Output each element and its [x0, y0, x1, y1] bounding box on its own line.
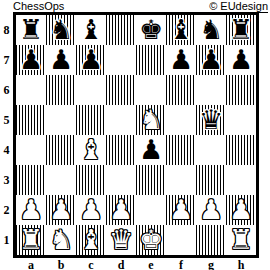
square-f6[interactable] [166, 75, 196, 105]
square-h1[interactable]: ♜ [226, 225, 256, 255]
square-h7[interactable]: ♟ [226, 45, 256, 75]
square-e7[interactable] [136, 45, 166, 75]
square-f5[interactable] [166, 105, 196, 135]
square-b8[interactable]: ♞ [46, 15, 76, 45]
square-f1[interactable] [166, 225, 196, 255]
square-a7[interactable]: ♟ [16, 45, 46, 75]
rank-label-2: 2 [0, 195, 13, 225]
square-e5[interactable]: ♞ [136, 105, 166, 135]
square-f7[interactable]: ♟ [166, 45, 196, 75]
white-knight-piece: ♞ [139, 105, 163, 135]
white-pawn-piece: ♟ [169, 195, 193, 225]
square-g2[interactable]: ♟ [196, 195, 226, 225]
white-rook-piece: ♜ [19, 225, 43, 255]
black-pawn-piece: ♟ [199, 45, 223, 75]
file-label-c: c [76, 258, 106, 270]
square-h4[interactable] [226, 135, 256, 165]
white-rook-piece: ♜ [229, 225, 253, 255]
square-h8[interactable]: ♜ [226, 15, 256, 45]
square-e6[interactable] [136, 75, 166, 105]
black-knight-piece: ♞ [199, 15, 223, 45]
chessops-diagram: ChessOps © EUdesign 87654321 ♜♞♝♚♝♞♜♟♟♟♟… [0, 0, 270, 270]
white-pawn-piece: ♟ [19, 195, 43, 225]
white-pawn-piece: ♟ [229, 195, 253, 225]
square-e3[interactable] [136, 165, 166, 195]
rank-labels: 87654321 [0, 15, 13, 255]
square-b4[interactable] [46, 135, 76, 165]
app-title: ChessOps [13, 0, 64, 12]
square-a4[interactable] [16, 135, 46, 165]
square-a6[interactable] [16, 75, 46, 105]
square-h6[interactable] [226, 75, 256, 105]
rank-label-3: 3 [0, 165, 13, 195]
square-b5[interactable] [46, 105, 76, 135]
black-pawn-piece: ♟ [139, 135, 163, 165]
square-b2[interactable]: ♟ [46, 195, 76, 225]
white-bishop-piece: ♝ [79, 135, 103, 165]
rank-label-1: 1 [0, 225, 13, 255]
black-queen-piece: ♛ [199, 105, 223, 135]
black-pawn-piece: ♟ [169, 45, 193, 75]
square-b7[interactable]: ♟ [46, 45, 76, 75]
square-b3[interactable] [46, 165, 76, 195]
square-e2[interactable] [136, 195, 166, 225]
file-label-b: b [46, 258, 76, 270]
square-b1[interactable]: ♞ [46, 225, 76, 255]
rank-label-7: 7 [0, 45, 13, 75]
square-d8[interactable] [106, 15, 136, 45]
square-g3[interactable] [196, 165, 226, 195]
square-d4[interactable] [106, 135, 136, 165]
square-g1[interactable] [196, 225, 226, 255]
square-c2[interactable]: ♟ [76, 195, 106, 225]
square-a8[interactable]: ♜ [16, 15, 46, 45]
rank-label-6: 6 [0, 75, 13, 105]
black-bishop-piece: ♝ [169, 15, 193, 45]
square-g6[interactable] [196, 75, 226, 105]
square-f4[interactable] [166, 135, 196, 165]
square-h5[interactable] [226, 105, 256, 135]
file-label-g: g [196, 258, 226, 270]
square-g4[interactable] [196, 135, 226, 165]
file-label-a: a [16, 258, 46, 270]
square-a3[interactable] [16, 165, 46, 195]
square-e8[interactable]: ♚ [136, 15, 166, 45]
white-pawn-piece: ♟ [79, 195, 103, 225]
square-h3[interactable] [226, 165, 256, 195]
copyright-notice: © EUdesign [209, 0, 268, 12]
file-label-d: d [106, 258, 136, 270]
rank-label-8: 8 [0, 15, 13, 45]
square-d1[interactable]: ♛ [106, 225, 136, 255]
square-d3[interactable] [106, 165, 136, 195]
white-king-piece: ♚ [139, 225, 163, 255]
file-label-e: e [136, 258, 166, 270]
square-c6[interactable] [76, 75, 106, 105]
black-pawn-piece: ♟ [19, 45, 43, 75]
square-e4[interactable]: ♟ [136, 135, 166, 165]
white-pawn-piece: ♟ [109, 195, 133, 225]
square-a2[interactable]: ♟ [16, 195, 46, 225]
black-rook-piece: ♜ [229, 15, 253, 45]
rank-label-5: 5 [0, 105, 13, 135]
black-pawn-piece: ♟ [49, 45, 73, 75]
square-f3[interactable] [166, 165, 196, 195]
black-rook-piece: ♜ [19, 15, 43, 45]
black-bishop-piece: ♝ [79, 15, 103, 45]
square-c7[interactable]: ♟ [76, 45, 106, 75]
black-knight-piece: ♞ [49, 15, 73, 45]
square-f8[interactable]: ♝ [166, 15, 196, 45]
square-d2[interactable]: ♟ [106, 195, 136, 225]
black-pawn-piece: ♟ [229, 45, 253, 75]
white-pawn-piece: ♟ [49, 195, 73, 225]
square-g5[interactable]: ♛ [196, 105, 226, 135]
square-a5[interactable] [16, 105, 46, 135]
square-a1[interactable]: ♜ [16, 225, 46, 255]
square-e1[interactable]: ♚ [136, 225, 166, 255]
rank-label-4: 4 [0, 135, 13, 165]
white-bishop-piece: ♝ [79, 225, 103, 255]
white-pawn-piece: ♟ [199, 195, 223, 225]
square-c5[interactable] [76, 105, 106, 135]
black-king-piece: ♚ [139, 15, 163, 45]
black-pawn-piece: ♟ [79, 45, 103, 75]
square-h2[interactable]: ♟ [226, 195, 256, 225]
square-g7[interactable]: ♟ [196, 45, 226, 75]
file-label-h: h [226, 258, 256, 270]
square-d7[interactable] [106, 45, 136, 75]
square-d6[interactable] [106, 75, 136, 105]
white-knight-piece: ♞ [49, 225, 73, 255]
chess-board: ♜♞♝♚♝♞♜♟♟♟♟♟♟♞♛♝♟♟♟♟♟♟♟♟♜♞♝♛♚♜ [13, 12, 259, 258]
file-labels: abcdefgh [16, 258, 256, 270]
square-c4[interactable]: ♝ [76, 135, 106, 165]
square-c1[interactable]: ♝ [76, 225, 106, 255]
square-b6[interactable] [46, 75, 76, 105]
square-c3[interactable] [76, 165, 106, 195]
square-d5[interactable] [106, 105, 136, 135]
file-label-f: f [166, 258, 196, 270]
square-c8[interactable]: ♝ [76, 15, 106, 45]
white-queen-piece: ♛ [109, 225, 133, 255]
square-g8[interactable]: ♞ [196, 15, 226, 45]
square-f2[interactable]: ♟ [166, 195, 196, 225]
